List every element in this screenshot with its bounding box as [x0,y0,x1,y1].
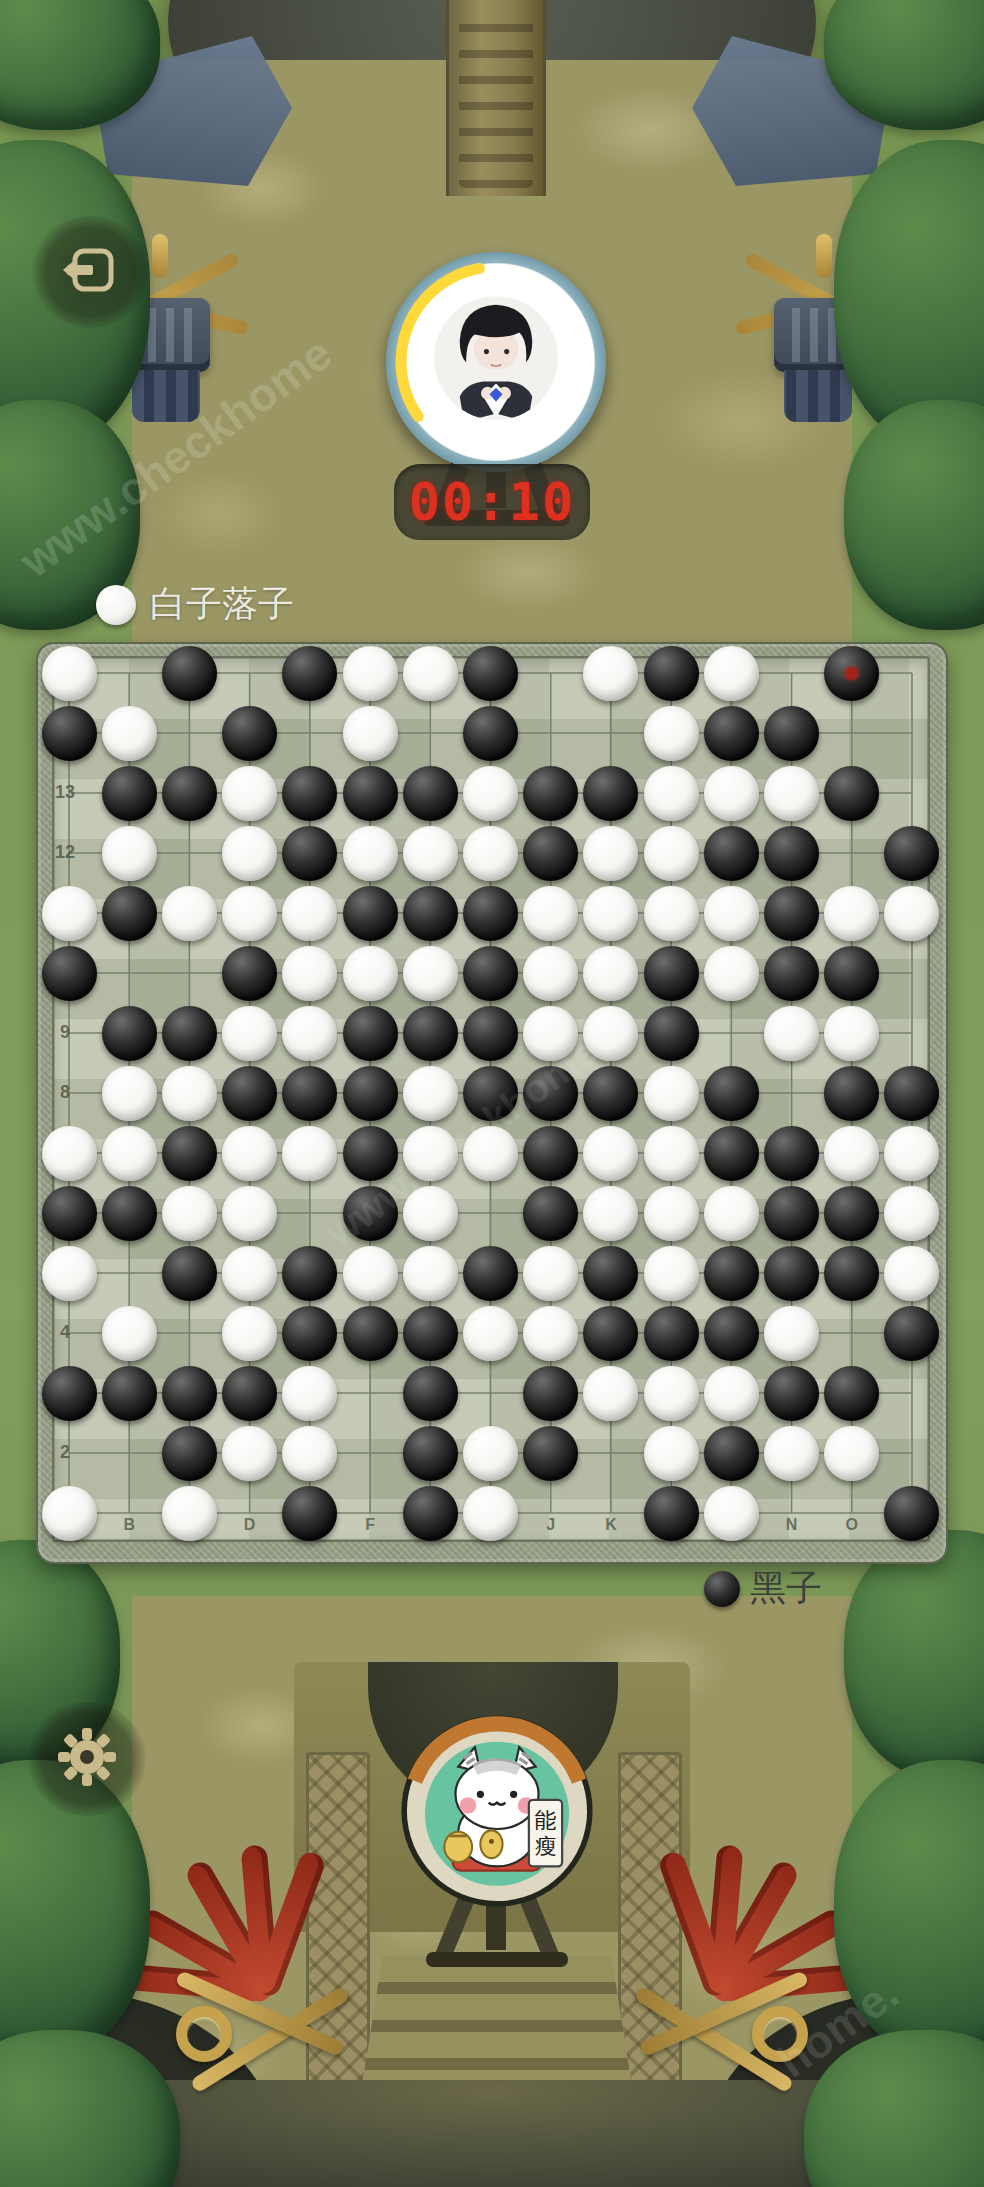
stone-black-C7 [162,1126,217,1181]
stone-black-G2 [403,1426,458,1481]
stone-black-G4 [403,1306,458,1361]
stone-white-A5 [42,1246,97,1301]
stone-white-B12 [102,826,157,881]
stone-black-G9 [403,1006,458,1061]
stone-black-M4 [704,1306,759,1361]
stone-white-B7 [102,1126,157,1181]
stone-black-N3 [764,1366,819,1421]
stone-black-H11 [463,886,518,941]
stone-white-L6 [644,1186,699,1241]
white-stone-icon [96,585,136,625]
stone-white-J4 [523,1306,578,1361]
stone-white-G15 [403,646,458,701]
stone-white-B4 [102,1306,157,1361]
board-field[interactable]: 13129842BDFJKNO [52,656,930,1542]
stone-black-B13 [102,766,157,821]
stone-white-K6 [583,1186,638,1241]
stone-white-P11 [884,886,939,941]
stone-black-N11 [764,886,819,941]
stone-black-O3 [824,1366,879,1421]
stone-white-P6 [884,1186,939,1241]
stone-black-E8 [282,1066,337,1121]
row-label-2: 2 [52,1442,78,1463]
stone-white-D6 [222,1186,277,1241]
stone-white-O2 [824,1426,879,1481]
stone-white-B14 [102,706,157,761]
stone-black-H15 [463,646,518,701]
stone-white-E7 [282,1126,337,1181]
stone-white-M15 [704,646,759,701]
opponent-indicator-label: 黑子 [750,1564,822,1613]
stone-white-N4 [764,1306,819,1361]
male-avatar-portrait [432,294,560,422]
stone-white-E2 [282,1426,337,1481]
stone-white-C1 [162,1486,217,1541]
stone-white-D4 [222,1306,277,1361]
stone-white-D13 [222,766,277,821]
bush-right-lower [844,1530,984,1780]
stone-white-D11 [222,886,277,941]
stone-black-O15 [824,646,879,701]
col-label-J: J [541,1516,561,1534]
stone-white-K9 [583,1006,638,1061]
stone-white-N2 [764,1426,819,1481]
stone-black-C9 [162,1006,217,1061]
stone-white-J9 [523,1006,578,1061]
stone-black-C3 [162,1366,217,1421]
stone-white-L13 [644,766,699,821]
stone-white-B8 [102,1066,157,1121]
row-label-12: 12 [52,842,78,863]
stone-black-P1 [884,1486,939,1541]
stone-white-O7 [824,1126,879,1181]
stone-white-D5 [222,1246,277,1301]
player-avatar-top [386,252,606,472]
stone-black-D10 [222,946,277,1001]
stone-black-M12 [704,826,759,881]
stone-black-H10 [463,946,518,1001]
stone-black-J13 [523,766,578,821]
stone-black-L9 [644,1006,699,1061]
stone-white-L2 [644,1426,699,1481]
stone-black-E15 [282,646,337,701]
stone-black-D3 [222,1366,277,1421]
stone-white-D2 [222,1426,277,1481]
stone-black-G1 [403,1486,458,1541]
stone-black-P12 [884,826,939,881]
stone-white-H12 [463,826,518,881]
stone-black-E1 [282,1486,337,1541]
stone-white-J11 [523,886,578,941]
cat-sign-char-bottom: 瘦 [534,1834,556,1859]
back-button[interactable] [32,216,148,328]
row-label-4: 4 [52,1322,78,1343]
stone-black-J7 [523,1126,578,1181]
stone-black-H14 [463,706,518,761]
stone-black-C13 [162,766,217,821]
stone-white-P5 [884,1246,939,1301]
stone-black-N6 [764,1186,819,1241]
stone-black-L15 [644,646,699,701]
cat-sign-char-top: 能 [534,1808,556,1833]
stone-white-M6 [704,1186,759,1241]
stone-black-N12 [764,826,819,881]
stone-black-N7 [764,1126,819,1181]
row-label-8: 8 [52,1082,78,1103]
stone-black-F4 [343,1306,398,1361]
stone-black-F8 [343,1066,398,1121]
stone-white-A7 [42,1126,97,1181]
stone-white-F12 [343,826,398,881]
stone-white-L5 [644,1246,699,1301]
stone-black-B3 [102,1366,157,1421]
stone-white-F14 [343,706,398,761]
stone-white-H2 [463,1426,518,1481]
stone-black-D14 [222,706,277,761]
stone-black-O6 [824,1186,879,1241]
stone-black-O5 [824,1246,879,1301]
game-screen: 00:10 白子落子 13129842BDFJKNO 黑子 [0,0,984,2187]
stone-white-F10 [343,946,398,1001]
gear-icon [56,1726,118,1792]
stone-black-A10 [42,946,97,1001]
stone-black-D8 [222,1066,277,1121]
stone-black-H9 [463,1006,518,1061]
stone-white-C8 [162,1066,217,1121]
stone-black-F7 [343,1126,398,1181]
stone-black-M14 [704,706,759,761]
stone-white-A1 [42,1486,97,1541]
stone-white-D9 [222,1006,277,1061]
col-label-F: F [360,1516,380,1534]
stone-white-K3 [583,1366,638,1421]
stone-white-H7 [463,1126,518,1181]
stone-black-O13 [824,766,879,821]
stone-black-J8 [523,1066,578,1121]
stone-white-K10 [583,946,638,1001]
stone-white-G10 [403,946,458,1001]
row-label-13: 13 [52,782,78,803]
timer-banner: 00:10 [394,464,590,540]
back-icon [61,241,119,303]
stone-black-M2 [704,1426,759,1481]
col-label-D: D [240,1516,260,1534]
stone-white-M11 [704,886,759,941]
stone-white-K7 [583,1126,638,1181]
stone-black-N10 [764,946,819,1001]
stone-black-N5 [764,1246,819,1301]
stone-white-L11 [644,886,699,941]
opponent-indicator: 黑子 [704,1564,822,1613]
timer-value: 00:10 [409,472,576,532]
red-fan-left [140,1856,410,2076]
stone-black-M8 [704,1066,759,1121]
stone-white-G6 [403,1186,458,1241]
col-label-B: B [119,1516,139,1534]
stone-white-L14 [644,706,699,761]
stone-black-P8 [884,1066,939,1121]
settings-button[interactable] [28,1702,146,1816]
stone-white-E10 [282,946,337,1001]
stone-white-G5 [403,1246,458,1301]
stone-white-F5 [343,1246,398,1301]
stone-white-D7 [222,1126,277,1181]
stone-white-E9 [282,1006,337,1061]
stone-white-D12 [222,826,277,881]
stone-black-H5 [463,1246,518,1301]
stone-white-L8 [644,1066,699,1121]
stone-black-H8 [463,1066,518,1121]
stone-black-E4 [282,1306,337,1361]
stone-white-H13 [463,766,518,821]
stone-black-O8 [824,1066,879,1121]
stone-black-N14 [764,706,819,761]
stone-black-J6 [523,1186,578,1241]
stone-white-E11 [282,886,337,941]
stone-black-J12 [523,826,578,881]
col-label-N: N [782,1516,802,1534]
col-label-K: K [601,1516,621,1534]
stone-white-M10 [704,946,759,1001]
stone-black-G11 [403,886,458,941]
stone-white-M13 [704,766,759,821]
ornate-column [446,0,546,196]
stone-black-B6 [102,1186,157,1241]
stone-black-A6 [42,1186,97,1241]
player-avatar-bottom: 能 瘦 [400,1714,594,1908]
stone-black-E13 [282,766,337,821]
red-fan-right [574,1856,844,2076]
stone-white-C6 [162,1186,217,1241]
stone-black-J2 [523,1426,578,1481]
stone-black-L4 [644,1306,699,1361]
stone-black-K4 [583,1306,638,1361]
stone-black-C15 [162,646,217,701]
stone-black-O10 [824,946,879,1001]
stone-black-K5 [583,1246,638,1301]
stone-black-B11 [102,886,157,941]
stone-black-F11 [343,886,398,941]
stone-black-K13 [583,766,638,821]
gomoku-board: 13129842BDFJKNO [36,642,948,1564]
stone-white-P7 [884,1126,939,1181]
black-stone-icon [704,1571,740,1607]
stone-white-M1 [704,1486,759,1541]
stone-black-L1 [644,1486,699,1541]
stone-black-A14 [42,706,97,761]
last-move-marker [845,667,858,680]
stone-black-G3 [403,1366,458,1421]
stone-black-C5 [162,1246,217,1301]
stone-white-A11 [42,886,97,941]
stone-white-A15 [42,646,97,701]
stone-white-L3 [644,1366,699,1421]
stone-black-C2 [162,1426,217,1481]
stone-black-M5 [704,1246,759,1301]
stone-white-K11 [583,886,638,941]
stone-black-P4 [884,1306,939,1361]
stone-black-J3 [523,1366,578,1421]
stone-white-L7 [644,1126,699,1181]
stone-white-G8 [403,1066,458,1121]
stone-black-G13 [403,766,458,821]
stone-black-A3 [42,1366,97,1421]
stone-white-H1 [463,1486,518,1541]
stone-black-L10 [644,946,699,1001]
stone-white-H4 [463,1306,518,1361]
stone-black-E5 [282,1246,337,1301]
stone-black-M7 [704,1126,759,1181]
stone-white-G7 [403,1126,458,1181]
stone-white-L12 [644,826,699,881]
stone-white-J10 [523,946,578,1001]
stone-black-F9 [343,1006,398,1061]
stone-white-N9 [764,1006,819,1061]
stone-white-F15 [343,646,398,701]
cat-avatar-portrait: 能 瘦 [400,1714,594,1908]
stone-white-K12 [583,826,638,881]
stone-white-C11 [162,886,217,941]
stone-white-G12 [403,826,458,881]
stone-black-B9 [102,1006,157,1061]
stone-white-O11 [824,886,879,941]
stone-black-E12 [282,826,337,881]
turn-indicator-label: 白子落子 [150,580,294,629]
stone-white-K15 [583,646,638,701]
stone-white-N13 [764,766,819,821]
stone-white-O9 [824,1006,879,1061]
col-label-O: O [842,1516,862,1534]
stone-black-F6 [343,1186,398,1241]
stone-black-F13 [343,766,398,821]
stone-white-M3 [704,1366,759,1421]
stone-black-K8 [583,1066,638,1121]
stone-white-E3 [282,1366,337,1421]
stone-white-J5 [523,1246,578,1301]
turn-indicator: 白子落子 [96,580,294,629]
row-label-9: 9 [52,1022,78,1043]
